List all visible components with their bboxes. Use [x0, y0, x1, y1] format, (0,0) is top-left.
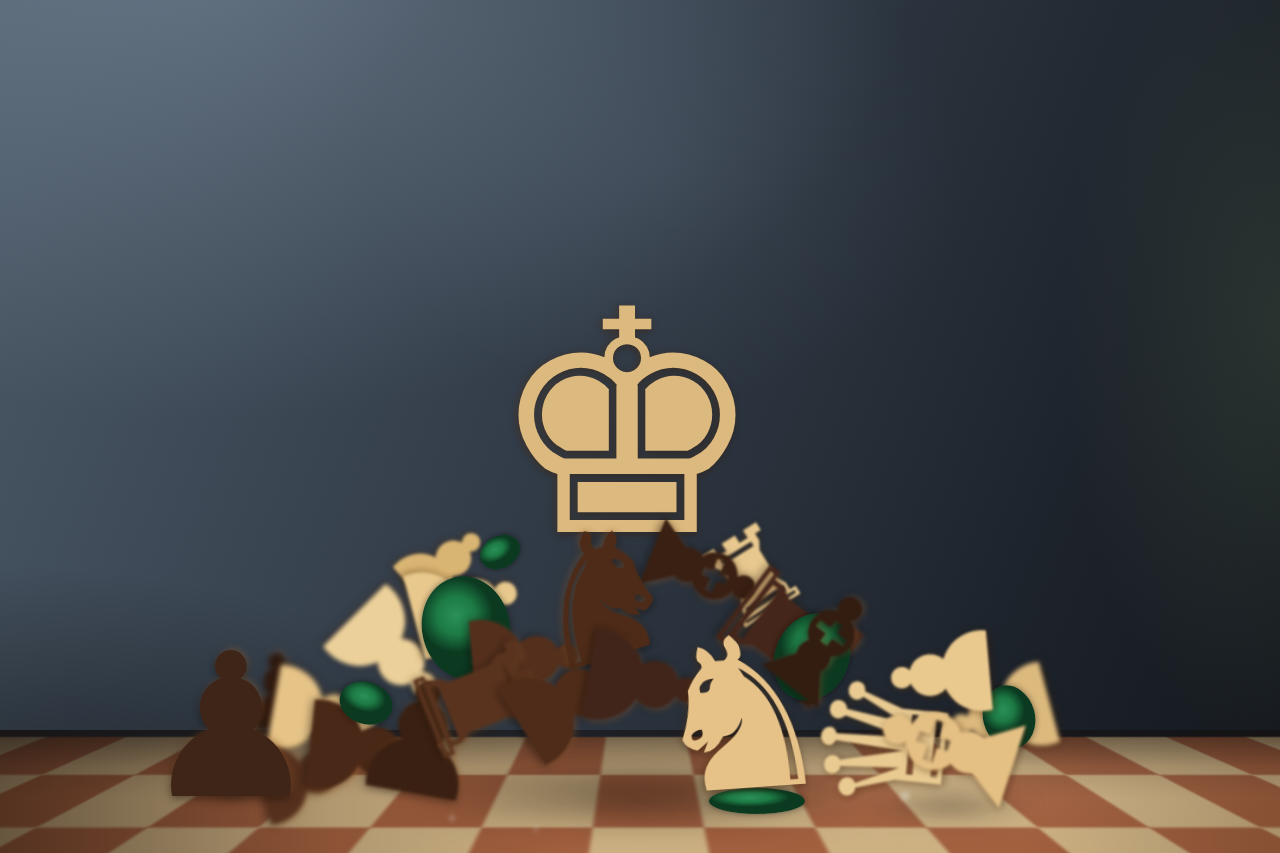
board-glint-mid: [531, 824, 541, 834]
black-pawn-standing-left-piece: ♟: [141, 627, 320, 827]
piece-layer: ♚♟♞♞♝♜♟♟♟♟♝♟♜♟♟♜♟♟♟♟♟♝♟♛: [0, 0, 1280, 853]
white-knight-standing-piece: ♞: [640, 605, 842, 828]
chess-photo-scene: ♚♟♞♞♝♜♟♟♟♟♝♟♜♟♟♜♟♟♟♟♟♝♟♛: [0, 0, 1280, 853]
